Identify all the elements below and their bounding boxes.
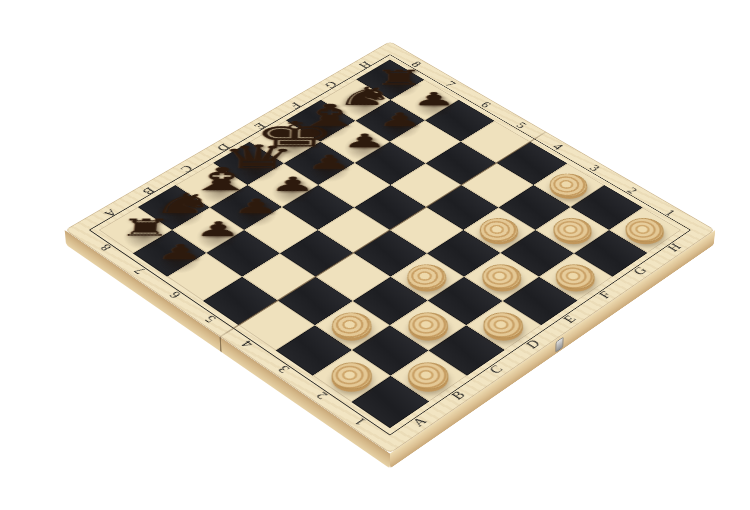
pawn-glyph: ♟ bbox=[232, 196, 279, 216]
pawn-glyph: ♟ bbox=[377, 110, 422, 129]
board-top: AABBCCDDEEFFGGHH1122334455667788 ♜♞♝♛♚♝♞… bbox=[65, 41, 716, 453]
product-photo-scene: AABBCCDDEEFFGGHH1122334455667788 ♜♞♝♛♚♝♞… bbox=[0, 0, 750, 510]
pawn-glyph: ♟ bbox=[269, 174, 316, 194]
pawn-glyph: ♟ bbox=[342, 131, 387, 150]
pawn-glyph: ♟ bbox=[412, 90, 456, 108]
pawn-glyph: ♟ bbox=[306, 152, 352, 171]
metal-clasp bbox=[555, 337, 563, 353]
